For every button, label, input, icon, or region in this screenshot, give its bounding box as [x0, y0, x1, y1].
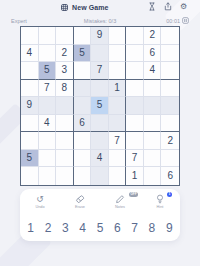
cell-r1c8[interactable]: 2 [144, 27, 162, 45]
hint-count-badge: 1 [167, 192, 172, 197]
cell-r8c1[interactable]: 5 [21, 150, 39, 168]
lightbulb-icon [155, 194, 165, 204]
header-bar: New Game ⚙ [0, 0, 200, 15]
cell-r9c1[interactable] [21, 167, 39, 185]
cell-r9c3[interactable] [56, 167, 74, 185]
cell-r2c3[interactable]: 2 [56, 45, 74, 63]
number-pad: 123456789 [20, 215, 180, 241]
cell-r7c9[interactable]: 2 [161, 132, 179, 150]
erase-button[interactable]: Erase [68, 194, 92, 209]
cell-r7c6[interactable]: 7 [109, 132, 127, 150]
cell-r1c9[interactable] [161, 27, 179, 45]
cell-r2c1[interactable]: 4 [21, 45, 39, 63]
timer-label: 00:01 [166, 18, 180, 24]
cell-r6c8[interactable] [144, 115, 162, 133]
cell-r8c2[interactable] [39, 150, 57, 168]
cell-r7c5[interactable] [91, 132, 109, 150]
cell-r3c5[interactable]: 7 [91, 62, 109, 80]
cell-r1c1[interactable] [21, 27, 39, 45]
cell-r9c7[interactable]: 1 [126, 167, 144, 185]
cell-r6c4[interactable]: 6 [74, 115, 92, 133]
cell-r3c8[interactable]: 4 [144, 62, 162, 80]
numpad-key-1[interactable]: 1 [24, 221, 38, 235]
cell-r7c1[interactable] [21, 132, 39, 150]
cell-r1c4[interactable] [74, 27, 92, 45]
cell-r8c5[interactable]: 4 [91, 150, 109, 168]
cell-r2c4[interactable]: 5 [74, 45, 92, 63]
numpad-key-7[interactable]: 7 [128, 221, 142, 235]
sudoku-app: New Game ⚙ Expert Mistakes: 0/3 00:01 [0, 0, 200, 266]
cell-r8c9[interactable] [161, 150, 179, 168]
cell-r1c3[interactable] [56, 27, 74, 45]
cell-r7c8[interactable] [144, 132, 162, 150]
cell-r5c8[interactable] [144, 97, 162, 115]
cell-r2c6[interactable] [109, 45, 127, 63]
cell-r6c7[interactable] [126, 115, 144, 133]
controls-card: ↺ Undo Erase OFF [20, 189, 180, 241]
cell-r5c7[interactable] [126, 97, 144, 115]
cell-r7c2[interactable] [39, 132, 57, 150]
cell-r6c1[interactable] [21, 115, 39, 133]
numpad-key-9[interactable]: 9 [162, 221, 176, 235]
cell-r4c6[interactable]: 1 [109, 80, 127, 98]
cell-r1c5[interactable]: 9 [91, 27, 109, 45]
cell-r4c4[interactable] [74, 80, 92, 98]
undo-icon: ↺ [36, 194, 44, 204]
cell-r9c4[interactable] [74, 167, 92, 185]
cell-r3c3[interactable]: 3 [56, 62, 74, 80]
cell-r2c8[interactable]: 6 [144, 45, 162, 63]
cell-r2c5[interactable] [91, 45, 109, 63]
cell-r5c1[interactable]: 9 [21, 97, 39, 115]
sudoku-board: 924256537478195467254716 [20, 26, 180, 186]
cell-r6c2[interactable]: 4 [39, 115, 57, 133]
cell-r6c9[interactable] [161, 115, 179, 133]
cell-r4c5[interactable] [91, 80, 109, 98]
cell-r9c6[interactable] [109, 167, 127, 185]
cell-r6c5[interactable] [91, 115, 109, 133]
numpad-key-4[interactable]: 4 [76, 221, 90, 235]
toolbar: ↺ Undo Erase OFF [20, 189, 180, 215]
undo-label: Undo [35, 205, 44, 209]
cell-r1c7[interactable] [126, 27, 144, 45]
share-icon[interactable] [163, 2, 172, 11]
cell-r2c9[interactable] [161, 45, 179, 63]
cell-r6c6[interactable] [109, 115, 127, 133]
hint-label: Hint [157, 205, 164, 209]
eraser-icon [75, 194, 85, 204]
cell-r2c7[interactable] [126, 45, 144, 63]
cell-r4c7[interactable] [126, 80, 144, 98]
cell-r9c5[interactable] [91, 167, 109, 185]
cell-r5c4[interactable] [74, 97, 92, 115]
cell-r9c9[interactable]: 6 [161, 167, 179, 185]
cell-r5c2[interactable] [39, 97, 57, 115]
cell-r8c4[interactable] [74, 150, 92, 168]
notes-off-badge: OFF [129, 192, 138, 197]
cell-r5c3[interactable] [56, 97, 74, 115]
cell-r8c7[interactable]: 7 [126, 150, 144, 168]
cell-r4c3[interactable]: 8 [56, 80, 74, 98]
notes-label: Notes [115, 205, 125, 209]
cell-r3c1[interactable] [21, 62, 39, 80]
numpad-key-5[interactable]: 5 [93, 221, 107, 235]
cell-r9c8[interactable] [144, 167, 162, 185]
numpad-key-8[interactable]: 8 [145, 221, 159, 235]
page-title: New Game [72, 4, 109, 11]
cell-r9c2[interactable] [39, 167, 57, 185]
cell-r3c9[interactable] [161, 62, 179, 80]
cell-r8c8[interactable] [144, 150, 162, 168]
hint-button[interactable]: 1 Hint [148, 194, 172, 209]
notes-button[interactable]: OFF Notes [108, 194, 132, 209]
cell-r7c7[interactable] [126, 132, 144, 150]
undo-button[interactable]: ↺ Undo [28, 194, 52, 209]
cell-r5c5[interactable]: 5 [91, 97, 109, 115]
pause-button[interactable] [182, 17, 189, 24]
settings-gear-icon[interactable]: ⚙ [179, 2, 188, 11]
cell-r8c6[interactable] [109, 150, 127, 168]
hourglass-icon[interactable] [147, 2, 156, 11]
numpad-key-6[interactable]: 6 [110, 221, 124, 235]
cell-r8c3[interactable] [56, 150, 74, 168]
cell-r1c2[interactable] [39, 27, 57, 45]
cell-r6c3[interactable] [56, 115, 74, 133]
new-game-button[interactable]: New Game [60, 3, 109, 12]
numpad-key-2[interactable]: 2 [41, 221, 55, 235]
cell-r2c2[interactable] [39, 45, 57, 63]
cell-r4c1[interactable] [21, 80, 39, 98]
cell-r7c3[interactable] [56, 132, 74, 150]
pencil-icon [115, 194, 125, 204]
cell-r4c2[interactable]: 7 [39, 80, 57, 98]
cell-r4c9[interactable] [161, 80, 179, 98]
cell-r4c8[interactable] [144, 80, 162, 98]
cell-r3c6[interactable] [109, 62, 127, 80]
cell-r7c4[interactable] [74, 132, 92, 150]
cell-r5c6[interactable] [109, 97, 127, 115]
cell-r1c6[interactable] [109, 27, 127, 45]
cell-r3c4[interactable] [74, 62, 92, 80]
erase-label: Erase [75, 205, 85, 209]
numpad-key-3[interactable]: 3 [58, 221, 72, 235]
cell-r5c9[interactable] [161, 97, 179, 115]
grid-icon [60, 3, 69, 12]
cell-r3c2[interactable]: 5 [39, 62, 57, 80]
cell-r3c7[interactable] [126, 62, 144, 80]
status-bar: Expert Mistakes: 0/3 00:01 [0, 15, 200, 26]
